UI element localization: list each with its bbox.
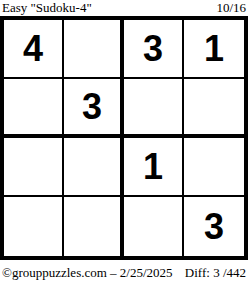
puzzle-page: Easy "Sudoku-4" 10/16 4 3 1 3 1 3 ©group…: [0, 0, 248, 282]
cell-r0c2[interactable]: 3: [124, 20, 184, 79]
cell-r2c3[interactable]: [184, 138, 244, 197]
cell-r3c1[interactable]: [64, 197, 124, 256]
cell-r3c3[interactable]: 3: [184, 197, 244, 256]
puzzle-title: Easy "Sudoku-4": [2, 0, 92, 15]
cell-r0c3[interactable]: 1: [184, 20, 244, 79]
cell-r2c2[interactable]: 1: [124, 138, 184, 197]
difficulty-text: Diff: 3 /442: [185, 265, 246, 280]
cell-r0c0[interactable]: 4: [4, 20, 64, 79]
cell-r1c1[interactable]: 3: [64, 79, 124, 138]
sudoku-board: 4 3 1 3 1 3: [0, 16, 248, 260]
givens-count: 10/16: [216, 0, 246, 15]
cell-r3c0[interactable]: [4, 197, 64, 256]
cell-r3c2[interactable]: [124, 197, 184, 256]
cell-r0c1[interactable]: [64, 20, 124, 79]
cell-r2c0[interactable]: [4, 138, 64, 197]
cell-r1c2[interactable]: [124, 79, 184, 138]
footer: ©grouppuzzles.com – 2/25/2025 Diff: 3 /4…: [2, 264, 246, 280]
header: Easy "Sudoku-4" 10/16: [2, 0, 246, 16]
copyright-text: ©grouppuzzles.com – 2/25/2025: [2, 265, 173, 280]
cell-r1c3[interactable]: [184, 79, 244, 138]
cell-r2c1[interactable]: [64, 138, 124, 197]
cell-r1c0[interactable]: [4, 79, 64, 138]
